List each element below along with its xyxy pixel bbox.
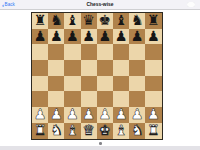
back-button-label: Back: [5, 2, 15, 9]
piece-white-pawn: ♟: [131, 107, 144, 123]
piece-white-pawn: ♟: [50, 107, 63, 123]
piece-white-pawn: ♟: [34, 107, 47, 123]
square-f8[interactable]: ♝: [113, 13, 129, 29]
piece-black-pawn: ♟: [115, 29, 128, 45]
square-g5[interactable]: [129, 60, 145, 76]
square-g7[interactable]: ♟: [129, 29, 145, 45]
square-c4[interactable]: [64, 76, 80, 92]
square-g8[interactable]: ♞: [129, 13, 145, 29]
piece-white-queen: ♛: [82, 123, 95, 139]
square-g1[interactable]: ♞: [129, 123, 145, 139]
square-g2[interactable]: ♟: [129, 107, 145, 123]
square-d2[interactable]: ♟: [81, 107, 97, 123]
square-h4[interactable]: [145, 76, 161, 92]
square-f1[interactable]: ♝: [113, 123, 129, 139]
piece-black-king: ♚: [98, 13, 111, 29]
piece-black-pawn: ♟: [131, 29, 144, 45]
page-indicator-dot: [99, 142, 102, 145]
square-e4[interactable]: [97, 76, 113, 92]
square-e6[interactable]: [97, 44, 113, 60]
square-d3[interactable]: [81, 91, 97, 107]
piece-black-bishop: ♝: [66, 13, 79, 29]
square-f2[interactable]: ♟: [113, 107, 129, 123]
square-a5[interactable]: [32, 60, 48, 76]
piece-black-pawn: ♟: [147, 29, 160, 45]
page-title: Chess-wise: [40, 2, 160, 8]
square-h7[interactable]: ♟: [145, 29, 161, 45]
square-h8[interactable]: ♜: [145, 13, 161, 29]
square-e8[interactable]: ♚: [97, 13, 113, 29]
piece-white-bishop: ♝: [115, 123, 128, 139]
square-f4[interactable]: [113, 76, 129, 92]
navigation-bar: ‹ Back Chess-wise: [0, 0, 200, 10]
square-f7[interactable]: ♟: [113, 29, 129, 45]
square-c8[interactable]: ♝: [64, 13, 80, 29]
square-f3[interactable]: [113, 91, 129, 107]
square-c3[interactable]: [64, 91, 80, 107]
square-b1[interactable]: ♞: [48, 123, 64, 139]
square-a1[interactable]: ♜: [32, 123, 48, 139]
square-a6[interactable]: [32, 44, 48, 60]
square-a2[interactable]: ♟: [32, 107, 48, 123]
piece-black-knight: ♞: [131, 13, 144, 29]
square-d8[interactable]: ♛: [81, 13, 97, 29]
square-e3[interactable]: [97, 91, 113, 107]
square-d4[interactable]: [81, 76, 97, 92]
piece-white-rook: ♜: [147, 123, 160, 139]
piece-white-knight: ♞: [131, 123, 144, 139]
square-b5[interactable]: [48, 60, 64, 76]
piece-white-knight: ♞: [50, 123, 63, 139]
square-c6[interactable]: [64, 44, 80, 60]
back-button[interactable]: ‹ Back: [2, 2, 15, 9]
square-g4[interactable]: [129, 76, 145, 92]
square-h5[interactable]: [145, 60, 161, 76]
piece-black-knight: ♞: [50, 13, 63, 29]
square-g6[interactable]: [129, 44, 145, 60]
piece-white-pawn: ♟: [115, 107, 128, 123]
square-b8[interactable]: ♞: [48, 13, 64, 29]
square-d1[interactable]: ♛: [81, 123, 97, 139]
square-e5[interactable]: [97, 60, 113, 76]
square-c7[interactable]: ♟: [64, 29, 80, 45]
piece-black-pawn: ♟: [98, 29, 111, 45]
square-f5[interactable]: [113, 60, 129, 76]
square-b2[interactable]: ♟: [48, 107, 64, 123]
square-h3[interactable]: [145, 91, 161, 107]
square-d6[interactable]: [81, 44, 97, 60]
square-e1[interactable]: ♚: [97, 123, 113, 139]
piece-white-rook: ♜: [34, 123, 47, 139]
piece-black-pawn: ♟: [34, 29, 47, 45]
chess-board: ♜♞♝♛♚♝♞♜♟♟♟♟♟♟♟♟♟♟♟♟♟♟♟♟♜♞♝♛♚♝♞♜: [31, 12, 163, 140]
piece-white-pawn: ♟: [147, 107, 160, 123]
piece-black-pawn: ♟: [50, 29, 63, 45]
square-a3[interactable]: [32, 91, 48, 107]
square-c2[interactable]: ♟: [64, 107, 80, 123]
piece-black-rook: ♜: [147, 13, 160, 29]
square-e2[interactable]: ♟: [97, 107, 113, 123]
square-d5[interactable]: [81, 60, 97, 76]
square-b6[interactable]: [48, 44, 64, 60]
piece-black-pawn: ♟: [66, 29, 79, 45]
piece-white-pawn: ♟: [66, 107, 79, 123]
piece-black-queen: ♛: [82, 13, 95, 29]
square-a4[interactable]: [32, 76, 48, 92]
piece-black-rook: ♜: [34, 13, 47, 29]
square-a7[interactable]: ♟: [32, 29, 48, 45]
square-c5[interactable]: [64, 60, 80, 76]
piece-black-bishop: ♝: [115, 13, 128, 29]
square-f6[interactable]: [113, 44, 129, 60]
square-b3[interactable]: [48, 91, 64, 107]
square-h6[interactable]: [145, 44, 161, 60]
square-g3[interactable]: [129, 91, 145, 107]
square-d7[interactable]: ♟: [81, 29, 97, 45]
square-h1[interactable]: ♜: [145, 123, 161, 139]
square-b7[interactable]: ♟: [48, 29, 64, 45]
piece-white-king: ♚: [98, 123, 111, 139]
square-h2[interactable]: ♟: [145, 107, 161, 123]
square-e7[interactable]: ♟: [97, 29, 113, 45]
piece-black-pawn: ♟: [82, 29, 95, 45]
nav-right-button[interactable]: [187, 2, 195, 7]
piece-white-pawn: ♟: [98, 107, 111, 123]
piece-white-pawn: ♟: [82, 107, 95, 123]
square-b4[interactable]: [48, 76, 64, 92]
square-a8[interactable]: ♜: [32, 13, 48, 29]
bottom-bar: [0, 146, 200, 150]
piece-white-bishop: ♝: [66, 123, 79, 139]
square-c1[interactable]: ♝: [64, 123, 80, 139]
